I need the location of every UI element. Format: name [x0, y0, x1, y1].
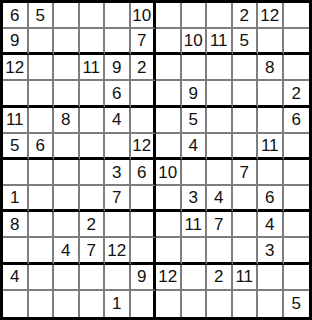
- cell-r3c7-empty[interactable]: [156, 55, 182, 81]
- cell-r12c10-empty[interactable]: [233, 291, 259, 317]
- cell-r2c9-given: 11: [207, 29, 233, 55]
- cell-r9c8-given: 11: [182, 212, 208, 238]
- cell-r2c4-empty[interactable]: [80, 29, 106, 55]
- cell-r7c10-given: 7: [233, 160, 259, 186]
- cell-r10c11-given: 3: [258, 238, 284, 264]
- cell-r8c2-empty[interactable]: [29, 186, 55, 212]
- cell-r9c12-empty[interactable]: [284, 212, 310, 238]
- cell-r1c9-empty[interactable]: [207, 3, 233, 29]
- cell-r12c5-given: 1: [105, 291, 131, 317]
- cell-r4c7-empty[interactable]: [156, 81, 182, 107]
- cell-r11c5-empty[interactable]: [105, 265, 131, 291]
- cell-r9c2-empty[interactable]: [29, 212, 55, 238]
- cell-r3c11-given: 8: [258, 55, 284, 81]
- cell-r6c7-empty[interactable]: [156, 134, 182, 160]
- cell-r4c1-empty[interactable]: [3, 81, 29, 107]
- cell-r6c5-empty[interactable]: [105, 134, 131, 160]
- cell-r5c6-empty[interactable]: [131, 108, 157, 134]
- cell-r12c6-empty[interactable]: [131, 291, 157, 317]
- cell-r1c2-given: 5: [29, 3, 55, 29]
- cell-r4c5-given: 6: [105, 81, 131, 107]
- cell-r5c8-given: 5: [182, 108, 208, 134]
- cell-r7c5-given: 3: [105, 160, 131, 186]
- cell-r8c9-given: 4: [207, 186, 233, 212]
- cell-r2c5-empty[interactable]: [105, 29, 131, 55]
- cell-r5c2-empty[interactable]: [29, 108, 55, 134]
- cell-r5c1-given: 11: [3, 108, 29, 134]
- cell-r3c8-empty[interactable]: [182, 55, 208, 81]
- cell-r7c8-empty[interactable]: [182, 160, 208, 186]
- cell-r1c7-empty[interactable]: [156, 3, 182, 29]
- cell-r6c9-empty[interactable]: [207, 134, 233, 160]
- cell-r2c6-given: 7: [131, 29, 157, 55]
- cell-r12c3-empty[interactable]: [54, 291, 80, 317]
- cell-r10c9-empty[interactable]: [207, 238, 233, 264]
- cell-r11c8-empty[interactable]: [182, 265, 208, 291]
- cell-r5c7-empty[interactable]: [156, 108, 182, 134]
- cell-r3c2-empty[interactable]: [29, 55, 55, 81]
- cell-r10c4-given: 7: [80, 238, 106, 264]
- cell-r5c4-empty[interactable]: [80, 108, 106, 134]
- cell-r6c1-given: 5: [3, 134, 29, 160]
- cell-r7c4-empty[interactable]: [80, 160, 106, 186]
- cell-r7c6-given: 6: [131, 160, 157, 186]
- cell-r6c2-given: 6: [29, 134, 55, 160]
- cell-r3c3-empty[interactable]: [54, 55, 80, 81]
- cell-r11c7-given: 12: [156, 265, 182, 291]
- cell-r9c4-given: 2: [80, 212, 106, 238]
- cell-r9c5-empty[interactable]: [105, 212, 131, 238]
- cell-r2c8-given: 10: [182, 29, 208, 55]
- cell-r12c7-empty[interactable]: [156, 291, 182, 317]
- cell-r3c5-given: 9: [105, 55, 131, 81]
- cell-r8c7-empty[interactable]: [156, 186, 182, 212]
- cell-r3c9-empty[interactable]: [207, 55, 233, 81]
- cell-r1c12-empty[interactable]: [284, 3, 310, 29]
- cell-r7c2-empty[interactable]: [29, 160, 55, 186]
- cell-r3c12-empty[interactable]: [284, 55, 310, 81]
- cell-r10c6-empty[interactable]: [131, 238, 157, 264]
- cell-r11c12-empty[interactable]: [284, 265, 310, 291]
- cell-r8c12-empty[interactable]: [284, 186, 310, 212]
- cell-r12c8-empty[interactable]: [182, 291, 208, 317]
- cell-r12c4-empty[interactable]: [80, 291, 106, 317]
- cell-r10c2-empty[interactable]: [29, 238, 55, 264]
- cell-r6c4-empty[interactable]: [80, 134, 106, 160]
- cell-r11c11-empty[interactable]: [258, 265, 284, 291]
- cell-r5c10-empty[interactable]: [233, 108, 259, 134]
- cell-r7c12-empty[interactable]: [284, 160, 310, 186]
- cell-r11c6-given: 9: [131, 265, 157, 291]
- cell-r2c1-given: 9: [3, 29, 29, 55]
- cell-r11c4-empty[interactable]: [80, 265, 106, 291]
- cell-r12c11-empty[interactable]: [258, 291, 284, 317]
- cell-r6c10-empty[interactable]: [233, 134, 259, 160]
- cell-r2c12-empty[interactable]: [284, 29, 310, 55]
- cell-r8c3-empty[interactable]: [54, 186, 80, 212]
- cell-r11c10-given: 11: [233, 265, 259, 291]
- cell-r8c11-given: 6: [258, 186, 284, 212]
- cell-r6c3-empty[interactable]: [54, 134, 80, 160]
- cell-r4c11-empty[interactable]: [258, 81, 284, 107]
- cell-r10c3-given: 4: [54, 238, 80, 264]
- cell-r1c6-given: 10: [131, 3, 157, 29]
- cell-r9c1-given: 8: [3, 212, 29, 238]
- cell-r7c7-given: 10: [156, 160, 182, 186]
- cell-r1c1-given: 6: [3, 3, 29, 29]
- cell-r4c6-empty[interactable]: [131, 81, 157, 107]
- cell-r8c5-given: 7: [105, 186, 131, 212]
- cell-r4c3-empty[interactable]: [54, 81, 80, 107]
- cell-r4c9-empty[interactable]: [207, 81, 233, 107]
- cell-r4c10-empty[interactable]: [233, 81, 259, 107]
- cell-r3c10-empty[interactable]: [233, 55, 259, 81]
- cell-r9c9-given: 7: [207, 212, 233, 238]
- cell-r5c3-given: 8: [54, 108, 80, 134]
- cell-r6c12-empty[interactable]: [284, 134, 310, 160]
- cell-r3c1-given: 12: [3, 55, 29, 81]
- cell-r11c2-empty[interactable]: [29, 265, 55, 291]
- cell-r8c1-given: 1: [3, 186, 29, 212]
- cell-r6c11-given: 11: [258, 134, 284, 160]
- cell-r3c4-given: 11: [80, 55, 106, 81]
- cell-r1c5-empty[interactable]: [105, 3, 131, 29]
- cell-r12c1-empty[interactable]: [3, 291, 29, 317]
- cell-r12c2-empty[interactable]: [29, 291, 55, 317]
- cell-r2c11-empty[interactable]: [258, 29, 284, 55]
- cell-r10c8-empty[interactable]: [182, 238, 208, 264]
- cell-r8c4-empty[interactable]: [80, 186, 106, 212]
- cell-r4c4-empty[interactable]: [80, 81, 106, 107]
- cell-r9c10-empty[interactable]: [233, 212, 259, 238]
- cell-r7c9-empty[interactable]: [207, 160, 233, 186]
- cell-r8c10-empty[interactable]: [233, 186, 259, 212]
- cell-r12c12-given: 5: [284, 291, 310, 317]
- cell-r11c1-given: 4: [3, 265, 29, 291]
- cell-r7c3-empty[interactable]: [54, 160, 80, 186]
- cell-r3c6-given: 2: [131, 55, 157, 81]
- cell-r1c3-empty[interactable]: [54, 3, 80, 29]
- cell-r5c9-empty[interactable]: [207, 108, 233, 134]
- sudoku-board: 6510212971011512119286921184565612411361…: [0, 0, 312, 320]
- cell-r10c5-given: 12: [105, 238, 131, 264]
- cell-r5c5-given: 4: [105, 108, 131, 134]
- cell-r1c11-given: 12: [258, 3, 284, 29]
- cell-r2c3-empty[interactable]: [54, 29, 80, 55]
- cell-r8c6-empty[interactable]: [131, 186, 157, 212]
- cell-r6c8-given: 4: [182, 134, 208, 160]
- cell-r2c10-given: 5: [233, 29, 259, 55]
- cell-r9c3-empty[interactable]: [54, 212, 80, 238]
- cell-r5c12-given: 6: [284, 108, 310, 134]
- cell-r11c9-given: 2: [207, 265, 233, 291]
- cell-r4c12-given: 2: [284, 81, 310, 107]
- cell-r8c8-given: 3: [182, 186, 208, 212]
- cell-r2c2-empty[interactable]: [29, 29, 55, 55]
- cell-r7c1-empty[interactable]: [3, 160, 29, 186]
- cell-r9c6-empty[interactable]: [131, 212, 157, 238]
- cell-r10c12-empty[interactable]: [284, 238, 310, 264]
- cell-r5c11-empty[interactable]: [258, 108, 284, 134]
- cell-r4c8-given: 9: [182, 81, 208, 107]
- cell-r1c4-empty[interactable]: [80, 3, 106, 29]
- cell-r11c3-empty[interactable]: [54, 265, 80, 291]
- cell-r12c9-empty[interactable]: [207, 291, 233, 317]
- cell-r4c2-empty[interactable]: [29, 81, 55, 107]
- cell-r9c7-empty[interactable]: [156, 212, 182, 238]
- cell-r2c7-empty[interactable]: [156, 29, 182, 55]
- cell-r1c10-given: 2: [233, 3, 259, 29]
- cell-r1c8-empty[interactable]: [182, 3, 208, 29]
- cell-r7c11-empty[interactable]: [258, 160, 284, 186]
- cell-r10c1-empty[interactable]: [3, 238, 29, 264]
- cell-r10c7-empty[interactable]: [156, 238, 182, 264]
- cell-r10c10-empty[interactable]: [233, 238, 259, 264]
- cell-r9c11-given: 4: [258, 212, 284, 238]
- cell-r6c6-given: 12: [131, 134, 157, 160]
